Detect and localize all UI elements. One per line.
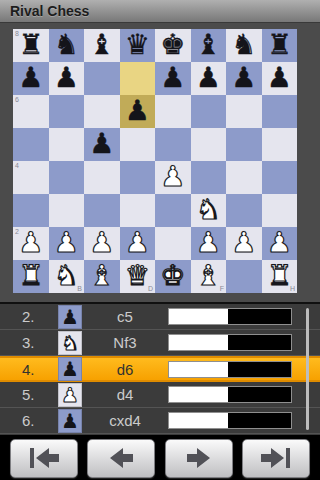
square-a4[interactable]: 4: [13, 161, 49, 194]
square-f1[interactable]: F♝: [191, 260, 227, 293]
black-pawn[interactable]: ♟: [267, 64, 292, 92]
square-e8[interactable]: ♚: [155, 29, 191, 62]
square-d5[interactable]: [120, 128, 156, 161]
square-a2[interactable]: 2♟: [13, 227, 49, 260]
black-knight[interactable]: ♞: [54, 31, 79, 59]
white-queen[interactable]: ♛: [125, 262, 150, 290]
square-g8[interactable]: ♞: [226, 29, 262, 62]
square-e4[interactable]: ♟: [155, 161, 191, 194]
square-a3[interactable]: [13, 194, 49, 227]
black-bishop[interactable]: ♝: [89, 31, 114, 59]
square-g7[interactable]: ♟: [226, 62, 262, 95]
square-f3[interactable]: ♞: [191, 194, 227, 227]
square-a1[interactable]: ♜: [13, 260, 49, 293]
app-title: Rival Chess: [10, 3, 89, 19]
move-number: 4.: [22, 361, 48, 378]
black-pawn[interactable]: ♟: [231, 64, 256, 92]
move-list: 2. ♟ c5 3. ♞ Nf3 4. ♟ d6 5. ♟ d4 6. ♟ cx…: [0, 302, 320, 435]
white-knight[interactable]: ♞: [54, 262, 79, 290]
square-d8[interactable]: ♛: [120, 29, 156, 62]
square-c5[interactable]: ♟: [84, 128, 120, 161]
square-h1[interactable]: H♜: [262, 260, 298, 293]
black-pawn-icon: ♟: [61, 359, 79, 379]
eval-bar: [168, 308, 292, 325]
white-knight[interactable]: ♞: [196, 196, 221, 224]
white-pawn[interactable]: ♟: [231, 229, 256, 257]
square-f8[interactable]: ♝: [191, 29, 227, 62]
square-d1[interactable]: D♛: [120, 260, 156, 293]
board-area: 8♜♞♝♛♚♝♞♜♟♟♟♟♟♟6♟♟4♟♞2♟♟♟♟♟♟♟♜B♞♝D♛♚F♝H♜: [0, 23, 320, 302]
black-rook[interactable]: ♜: [18, 31, 43, 59]
square-c1[interactable]: ♝: [84, 260, 120, 293]
move-row[interactable]: 2. ♟ c5: [0, 304, 320, 330]
square-a5[interactable]: [13, 128, 49, 161]
eval-bar: [168, 386, 292, 403]
black-pawn[interactable]: ♟: [196, 64, 221, 92]
move-row[interactable]: 6. ♟ cxd4: [0, 408, 320, 434]
chess-board[interactable]: 8♜♞♝♛♚♝♞♜♟♟♟♟♟♟6♟♟4♟♞2♟♟♟♟♟♟♟♜B♞♝D♛♚F♝H♜: [13, 29, 297, 293]
move-san: Nf3: [82, 334, 168, 351]
move-piece-icon: ♟: [58, 383, 82, 407]
move-row[interactable]: 5. ♟ d4: [0, 382, 320, 408]
move-number: 3.: [22, 334, 48, 351]
next-move-icon: [177, 442, 221, 474]
square-g2[interactable]: ♟: [226, 227, 262, 260]
white-rook[interactable]: ♜: [267, 262, 292, 290]
black-knight[interactable]: ♞: [231, 31, 256, 59]
move-san: d6: [82, 361, 168, 378]
square-e1[interactable]: ♚: [155, 260, 191, 293]
white-king[interactable]: ♚: [160, 262, 185, 290]
square-b4[interactable]: [49, 161, 85, 194]
first-move-icon: [22, 442, 66, 474]
white-bishop[interactable]: ♝: [89, 262, 114, 290]
square-e2[interactable]: [155, 227, 191, 260]
black-pawn[interactable]: ♟: [54, 64, 79, 92]
eval-bar: [168, 361, 292, 378]
white-pawn[interactable]: ♟: [89, 229, 114, 257]
black-king[interactable]: ♚: [160, 31, 185, 59]
square-h7[interactable]: ♟: [262, 62, 298, 95]
square-h5[interactable]: [262, 128, 298, 161]
black-pawn-icon: ♟: [61, 307, 79, 327]
eval-bar: [168, 412, 292, 429]
square-b7[interactable]: ♟: [49, 62, 85, 95]
previous-move-button[interactable]: [87, 439, 155, 478]
black-pawn-icon: ♟: [61, 411, 79, 431]
square-a7[interactable]: ♟: [13, 62, 49, 95]
square-g6[interactable]: [226, 95, 262, 128]
square-b8[interactable]: ♞: [49, 29, 85, 62]
square-b1[interactable]: B♞: [49, 260, 85, 293]
square-a6[interactable]: 6: [13, 95, 49, 128]
square-g5[interactable]: [226, 128, 262, 161]
first-move-button[interactable]: [10, 439, 78, 478]
move-number: 6.: [22, 412, 48, 429]
black-queen[interactable]: ♛: [125, 31, 150, 59]
eval-bar: [168, 334, 292, 351]
square-a8[interactable]: 8♜: [13, 29, 49, 62]
square-c4[interactable]: [84, 161, 120, 194]
move-row[interactable]: 3. ♞ Nf3: [0, 330, 320, 356]
last-move-button[interactable]: [242, 439, 310, 478]
previous-move-icon: [99, 442, 143, 474]
square-b3[interactable]: [49, 194, 85, 227]
move-piece-icon: ♟: [58, 305, 82, 329]
navigation-bar: [0, 435, 320, 480]
square-c7[interactable]: [84, 62, 120, 95]
next-move-button[interactable]: [165, 439, 233, 478]
move-piece-icon: ♟: [58, 409, 82, 433]
move-number: 2.: [22, 308, 48, 325]
white-pawn[interactable]: ♟: [196, 229, 221, 257]
square-h6[interactable]: [262, 95, 298, 128]
square-d6[interactable]: ♟: [120, 95, 156, 128]
black-pawn[interactable]: ♟: [125, 97, 150, 125]
black-pawn[interactable]: ♟: [89, 130, 114, 158]
rank-label: 4: [15, 162, 19, 169]
white-knight-icon: ♞: [61, 333, 79, 353]
white-rook[interactable]: ♜: [18, 262, 43, 290]
square-e3[interactable]: [155, 194, 191, 227]
square-e5[interactable]: [155, 128, 191, 161]
move-piece-icon: ♞: [58, 331, 82, 355]
square-d2[interactable]: ♟: [120, 227, 156, 260]
white-pawn-icon: ♟: [61, 385, 79, 405]
move-san: c5: [82, 308, 168, 325]
square-c2[interactable]: ♟: [84, 227, 120, 260]
white-pawn[interactable]: ♟: [18, 229, 43, 257]
square-f2[interactable]: ♟: [191, 227, 227, 260]
square-b2[interactable]: ♟: [49, 227, 85, 260]
square-d4[interactable]: [120, 161, 156, 194]
square-f4[interactable]: [191, 161, 227, 194]
square-b6[interactable]: [49, 95, 85, 128]
black-pawn[interactable]: ♟: [160, 64, 185, 92]
square-d7[interactable]: [120, 62, 156, 95]
title-bar: Rival Chess: [0, 0, 320, 23]
black-rook[interactable]: ♜: [267, 31, 292, 59]
square-f5[interactable]: [191, 128, 227, 161]
square-d3[interactable]: [120, 194, 156, 227]
white-pawn[interactable]: ♟: [125, 229, 150, 257]
square-c6[interactable]: [84, 95, 120, 128]
white-bishop[interactable]: ♝: [196, 262, 221, 290]
square-g1[interactable]: [226, 260, 262, 293]
square-e6[interactable]: [155, 95, 191, 128]
white-pawn[interactable]: ♟: [54, 229, 79, 257]
square-f7[interactable]: ♟: [191, 62, 227, 95]
square-g4[interactable]: [226, 161, 262, 194]
square-h2[interactable]: ♟: [262, 227, 298, 260]
move-san: d4: [82, 386, 168, 403]
square-e7[interactable]: ♟: [155, 62, 191, 95]
square-b5[interactable]: [49, 128, 85, 161]
square-f6[interactable]: [191, 95, 227, 128]
square-g3[interactable]: [226, 194, 262, 227]
last-move-icon: [254, 442, 298, 474]
move-number: 5.: [22, 386, 48, 403]
rank-label: 6: [15, 96, 19, 103]
black-pawn[interactable]: ♟: [18, 64, 43, 92]
square-c8[interactable]: ♝: [84, 29, 120, 62]
move-piece-icon: ♟: [58, 357, 82, 381]
square-h8[interactable]: ♜: [262, 29, 298, 62]
white-pawn[interactable]: ♟: [267, 229, 292, 257]
scrollbar[interactable]: [306, 308, 309, 430]
square-h4[interactable]: [262, 161, 298, 194]
black-bishop[interactable]: ♝: [196, 31, 221, 59]
square-h3[interactable]: [262, 194, 298, 227]
square-c3[interactable]: [84, 194, 120, 227]
white-pawn[interactable]: ♟: [160, 163, 185, 191]
move-row[interactable]: 4. ♟ d6: [0, 356, 320, 382]
move-san: cxd4: [82, 412, 168, 429]
